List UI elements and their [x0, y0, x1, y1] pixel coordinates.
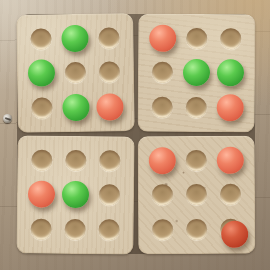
board-bottom-right-cell-r3c3[interactable]	[214, 212, 249, 247]
board-bottom-right-cell-r3c2[interactable]	[179, 212, 214, 247]
green-ball[interactable]	[62, 181, 89, 208]
board-bottom-left-cell-r2c3[interactable]	[92, 178, 127, 213]
board-top-right-cell-r1c1[interactable]	[145, 21, 180, 56]
board-top-right-cell-r2c3[interactable]	[214, 56, 249, 91]
board-bottom-left	[16, 135, 134, 254]
orange-ball[interactable]	[149, 24, 176, 51]
board-top-right-cell-r3c1[interactable]	[145, 90, 180, 125]
hole	[220, 184, 241, 205]
board-bottom-left-cell-r2c2[interactable]	[58, 177, 93, 212]
hole	[100, 150, 121, 171]
board-top-right-cell-r1c3[interactable]	[214, 21, 249, 56]
board-bottom-right-cell-r2c3[interactable]	[214, 177, 249, 212]
hole	[65, 62, 86, 83]
hole	[65, 150, 86, 171]
board-top-left-cell-r3c3[interactable]	[93, 90, 128, 125]
hole	[99, 185, 120, 206]
green-ball[interactable]	[183, 59, 210, 86]
hole	[152, 185, 173, 206]
board-top-left-cell-r3c1[interactable]	[24, 91, 59, 126]
board-top-left-cell-r2c3[interactable]	[92, 55, 127, 90]
board-top-right-cell-r2c1[interactable]	[145, 55, 180, 90]
hole	[65, 219, 86, 240]
hole	[99, 219, 120, 240]
hole	[186, 28, 207, 49]
board-bottom-right-cell-r3c1[interactable]	[145, 212, 180, 247]
board-top-right-cell-r3c3[interactable]	[213, 90, 248, 125]
green-ball[interactable]	[62, 94, 89, 121]
hole	[220, 28, 241, 49]
hole	[152, 62, 173, 83]
board-top-left-cell-r1c1[interactable]	[23, 21, 58, 56]
green-ball[interactable]	[217, 60, 244, 87]
hole	[152, 219, 173, 240]
board-top-left-cell-r2c1[interactable]	[24, 56, 59, 91]
board-bottom-left-cell-r3c2[interactable]	[58, 212, 93, 247]
hole	[186, 184, 207, 205]
board-top-left-cell-r1c2[interactable]	[58, 21, 93, 56]
screw-icon	[3, 114, 12, 123]
board-bottom-right-cell-r2c1[interactable]	[145, 178, 180, 213]
board-top-right-cell-r2c2[interactable]	[179, 56, 214, 91]
green-ball[interactable]	[61, 25, 88, 52]
hole	[99, 62, 120, 83]
board-bottom-right	[138, 136, 256, 255]
hole	[186, 97, 207, 118]
orange-ball[interactable]	[97, 93, 124, 120]
hole	[186, 150, 207, 171]
board-bottom-right-cell-r1c2[interactable]	[179, 143, 214, 178]
hole	[31, 149, 52, 170]
board-bottom-left-cell-r2c1[interactable]	[24, 177, 59, 212]
board-top-left-cell-r1c3[interactable]	[92, 20, 127, 55]
board-bottom-left-cell-r3c1[interactable]	[23, 212, 58, 247]
board-bottom-left-cell-r1c3[interactable]	[93, 143, 128, 178]
board-top-right	[138, 14, 256, 133]
board-bottom-left-cell-r1c1[interactable]	[24, 142, 59, 177]
hole	[30, 219, 51, 240]
board-top-left	[16, 13, 135, 133]
orange-ball[interactable]	[217, 94, 244, 121]
photo-scene	[0, 0, 270, 270]
hole	[31, 97, 52, 118]
board-bottom-right-cell-r2c2[interactable]	[179, 178, 214, 213]
dark-red-ball[interactable]	[221, 221, 248, 248]
board-top-left-cell-r2c2[interactable]	[58, 55, 93, 90]
hole	[186, 219, 207, 240]
board-bottom-left-cell-r3c3[interactable]	[92, 213, 127, 248]
board-top-right-cell-r1c2[interactable]	[179, 21, 214, 56]
hole	[99, 27, 120, 48]
board-bottom-left-cell-r1c2[interactable]	[59, 143, 94, 178]
board-bottom-right-cell-r1c3[interactable]	[213, 143, 248, 178]
board-top-right-cell-r3c2[interactable]	[179, 90, 214, 125]
orange-ball[interactable]	[148, 147, 175, 174]
board-top-left-cell-r3c2[interactable]	[59, 90, 94, 125]
hole	[151, 97, 172, 118]
orange-ball[interactable]	[28, 181, 55, 208]
board-cluster	[17, 14, 255, 254]
green-ball[interactable]	[27, 60, 54, 87]
orange-ball[interactable]	[217, 147, 244, 174]
board-bottom-right-cell-r1c1[interactable]	[145, 143, 180, 178]
hole	[30, 28, 51, 49]
